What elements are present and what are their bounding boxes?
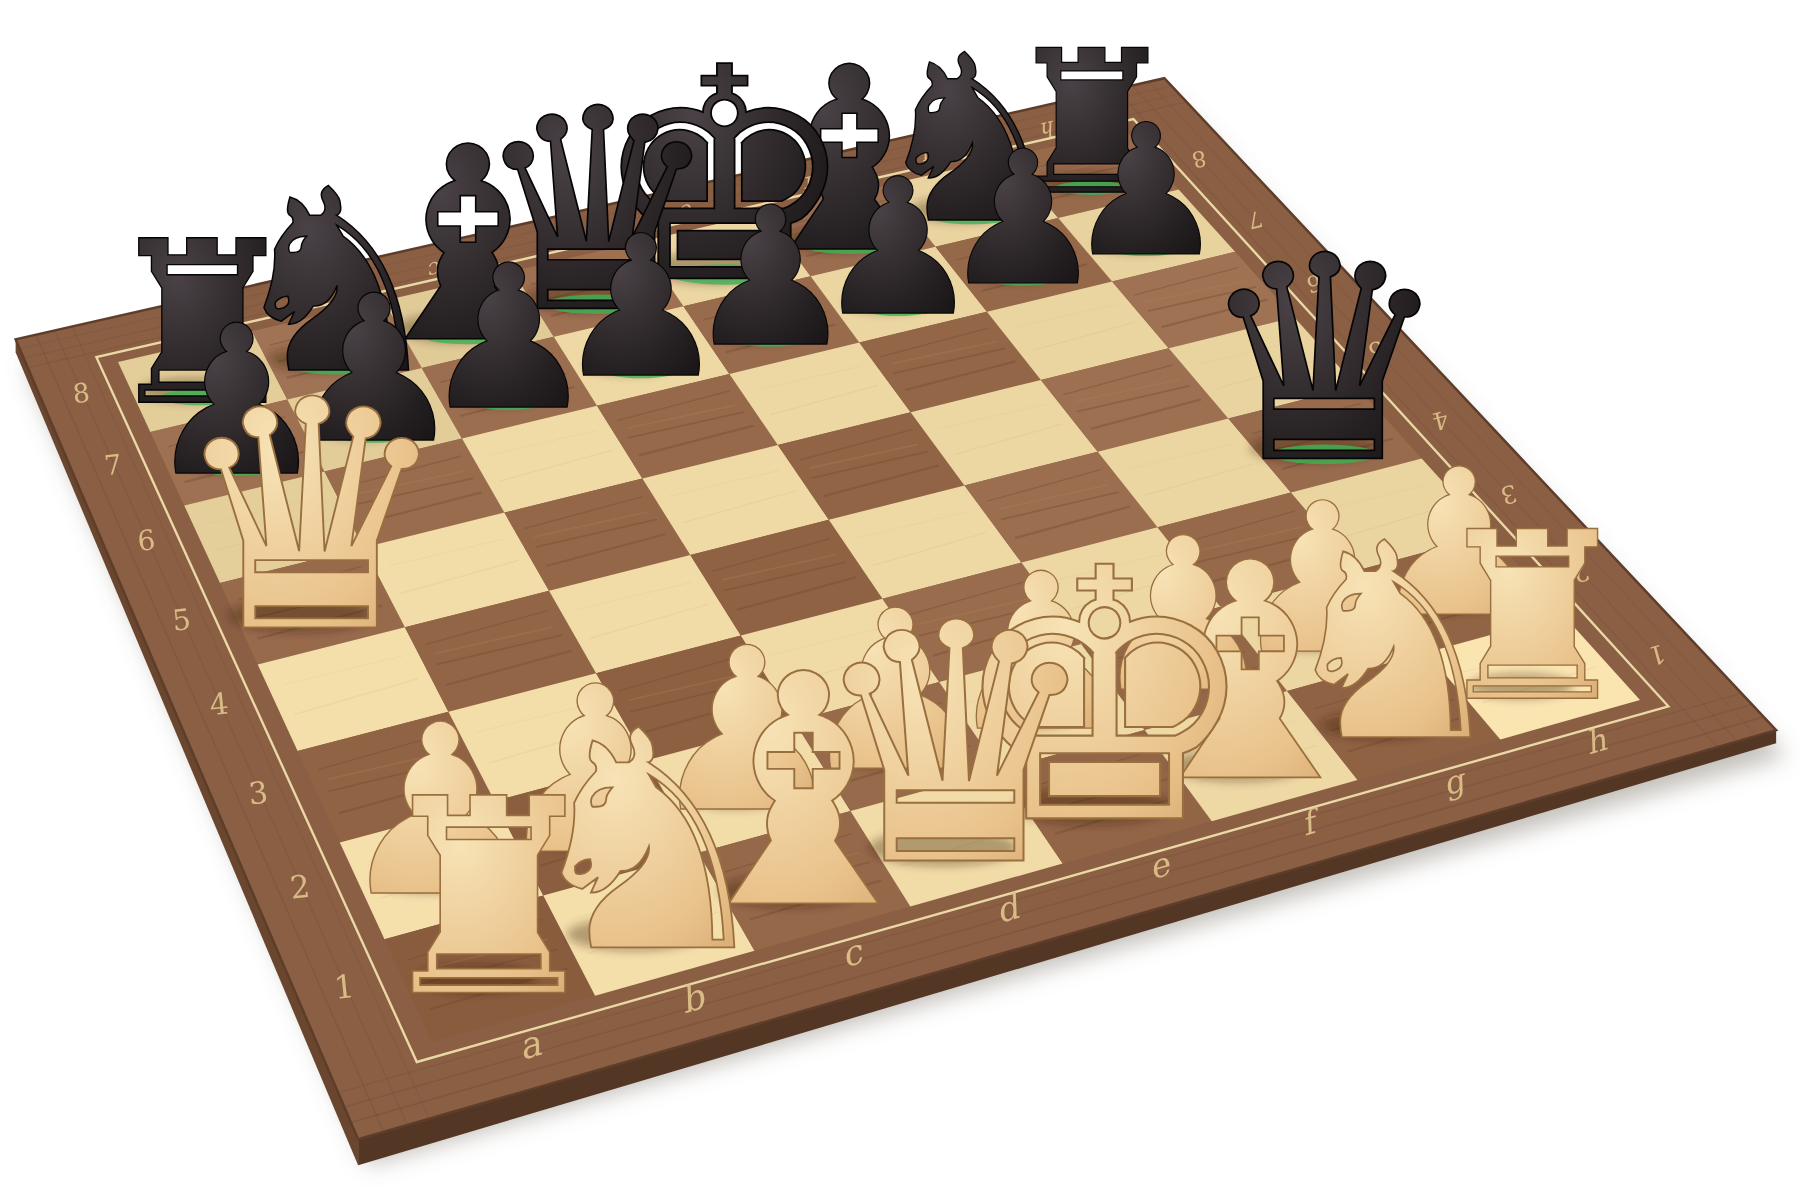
coord-label-rank-2-left: 2: [288, 868, 311, 906]
chess-board: aabbccddeeffgghh1122334455667788♜♞♝♟♚♟♛♟…: [0, 0, 1800, 1200]
piece-white-queen-a5[interactable]: ♛: [169, 332, 454, 702]
photo-canvas: aabbccddeeffgghh1122334455667788♜♞♝♟♚♟♛♟…: [0, 0, 1800, 1200]
piece-white-rook-a1[interactable]: ♜: [368, 741, 611, 1056]
coord-label-rank-1-left: 1: [332, 967, 356, 1007]
coord-label-rank-3-left: 3: [247, 775, 270, 812]
coord-label-rank-8-left: 8: [71, 377, 91, 410]
coord-label-rank-6-left: 6: [136, 523, 157, 558]
